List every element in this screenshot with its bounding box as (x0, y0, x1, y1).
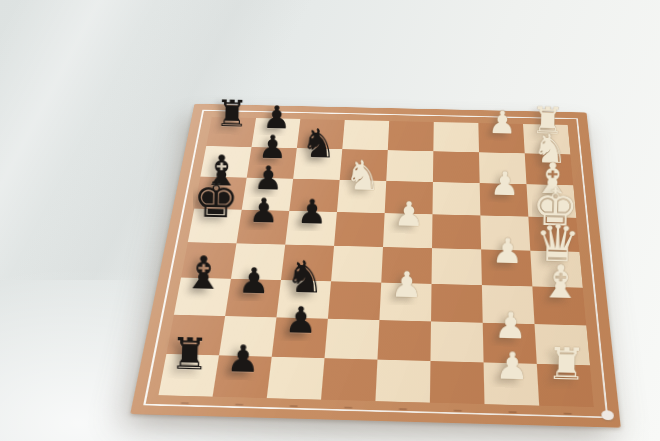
black-pawn-e7: ♟ (240, 190, 286, 231)
black-rook-h8: ♜ (210, 92, 253, 135)
pieces-layer: ♜♟♟♞♝♟♚♟♟♝♟♞♟♜♟♟♜♞♞♟♝♟♚♟♛♟♝♟♟♜ (130, 104, 621, 428)
white-rook-h1: ♜ (525, 98, 569, 141)
black-pawn-a7: ♟ (217, 335, 268, 380)
black-pawn-b6: ♟ (275, 297, 325, 341)
black-rook-a8: ♜ (163, 327, 214, 379)
white-rook-a1: ♜ (540, 337, 592, 389)
white-king-e1: ♚ (531, 177, 578, 238)
black-knight-g6: ♞ (296, 121, 340, 167)
chessboard: ♜♟♟♞♝♟♚♟♟♝♟♞♟♜♟♟♜♞♞♟♝♟♚♟♛♟♝♟♟♜ (130, 104, 621, 428)
black-king-e8: ♚ (192, 169, 239, 229)
white-pawn-d2: ♟ (483, 229, 531, 271)
board-perspective-wrapper: ♜♟♟♞♝♟♚♟♟♝♟♞♟♜♟♟♜♞♞♟♝♟♚♟♛♟♝♟♟♜ (0, 0, 660, 441)
black-pawn-e6: ♟ (288, 191, 334, 232)
black-pawn-h7: ♟ (255, 98, 298, 136)
white-knight-g1: ♞ (527, 126, 572, 172)
white-pawn-a2: ♟ (486, 343, 538, 388)
photo-background: ♜♟♟♞♝♟♚♟♟♝♟♞♟♜♟♟♜♞♞♟♝♟♚♟♛♟♝♟♟♜ (0, 0, 660, 441)
white-pawn-h2: ♟ (480, 103, 523, 141)
white-pawn-b2: ♟ (485, 303, 535, 347)
white-queen-d1: ♛ (533, 214, 581, 272)
